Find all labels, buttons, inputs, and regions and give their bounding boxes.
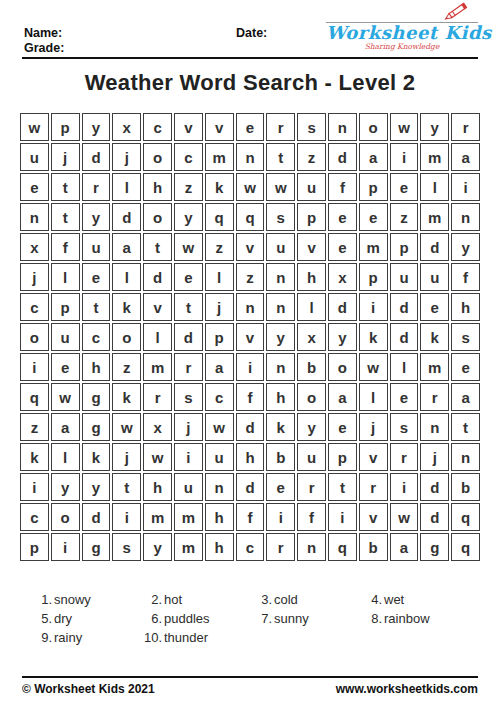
grid-cell[interactable]: d xyxy=(236,413,265,441)
word-text: cold xyxy=(274,592,298,607)
grid-cell[interactable]: e xyxy=(51,353,80,381)
grid-cell[interactable]: u xyxy=(174,473,203,501)
word-list-item: 1.snowy xyxy=(28,592,138,607)
grid-cell[interactable]: a xyxy=(112,233,141,261)
grid-cell[interactable]: p xyxy=(390,233,419,261)
word-number: 5. xyxy=(28,611,52,626)
grid-cell[interactable]: i xyxy=(390,143,419,171)
grid-cell[interactable]: k xyxy=(205,173,234,201)
grid-cell[interactable]: u xyxy=(420,263,449,291)
grid-cell[interactable]: p xyxy=(205,323,234,351)
grid-cell[interactable]: e xyxy=(82,263,111,291)
grid-cell[interactable]: n xyxy=(451,203,480,231)
grid-cell[interactable]: n xyxy=(236,293,265,321)
grid-cell[interactable]: e xyxy=(328,233,357,261)
grid-cell[interactable]: h xyxy=(236,443,265,471)
grid-cell[interactable]: u xyxy=(51,323,80,351)
grid-cell[interactable]: g xyxy=(82,533,111,561)
grid-cell[interactable]: l xyxy=(112,173,141,201)
grid-cell[interactable]: n xyxy=(451,443,480,471)
grid-cell[interactable]: d xyxy=(420,473,449,501)
grid-cell[interactable]: a xyxy=(328,383,357,411)
grid-cell[interactable]: v xyxy=(143,293,172,321)
header-rule xyxy=(22,57,478,59)
grid-cell[interactable]: w xyxy=(236,173,265,201)
grid-cell[interactable]: o xyxy=(143,143,172,171)
grid-cell[interactable]: e xyxy=(174,263,203,291)
grid-cell[interactable]: f xyxy=(51,233,80,261)
grid-cell[interactable]: o xyxy=(20,323,49,351)
grid-cell[interactable]: t xyxy=(112,473,141,501)
word-text: sunny xyxy=(274,611,309,626)
word-list-item: 2.hot xyxy=(138,592,248,607)
grid-cell[interactable]: h xyxy=(205,503,234,531)
word-list-item: 5.dry xyxy=(28,611,138,626)
grid-cell[interactable]: v xyxy=(205,113,234,141)
grid-cell[interactable]: v xyxy=(236,323,265,351)
word-text: rainbow xyxy=(384,611,430,626)
grid-cell[interactable]: z xyxy=(174,173,203,201)
grid-cell[interactable]: a xyxy=(451,143,480,171)
grid-cell[interactable]: n xyxy=(20,203,49,231)
grid-cell[interactable]: r xyxy=(143,383,172,411)
grid-cell[interactable]: l xyxy=(205,263,234,291)
grid-cell[interactable]: h xyxy=(143,173,172,201)
grid-cell[interactable]: t xyxy=(51,203,80,231)
grid-cell[interactable]: j xyxy=(359,413,388,441)
grid-cell[interactable]: t xyxy=(82,293,111,321)
brand-tagline: Sharing Knowledge xyxy=(326,43,478,51)
grid-cell[interactable]: f xyxy=(236,383,265,411)
word-text: hot xyxy=(164,592,182,607)
name-label: Name: xyxy=(24,26,62,40)
grid-cell[interactable]: r xyxy=(82,173,111,201)
word-list-item: 6.puddles xyxy=(138,611,248,626)
grid-cell[interactable]: h xyxy=(266,383,295,411)
grid-cell[interactable]: a xyxy=(451,383,480,411)
grid-cell[interactable]: m xyxy=(420,143,449,171)
grid-cell[interactable]: r xyxy=(359,473,388,501)
grid-cell[interactable]: p xyxy=(328,443,357,471)
grid-cell[interactable]: w xyxy=(390,113,419,141)
grid-cell[interactable]: v xyxy=(297,233,326,261)
grid-cell[interactable]: c xyxy=(20,503,49,531)
grid-cell[interactable]: p xyxy=(297,203,326,231)
grid-cell[interactable]: c xyxy=(82,323,111,351)
grid-cell[interactable]: b xyxy=(451,473,480,501)
word-list-item: 9.rainy xyxy=(28,630,138,645)
grid-cell[interactable]: n xyxy=(266,293,295,321)
word-number: 10. xyxy=(138,630,162,645)
grid-cell[interactable]: w xyxy=(174,233,203,261)
grid-cell[interactable]: v xyxy=(174,113,203,141)
grid-cell[interactable]: c xyxy=(236,533,265,561)
grid-cell[interactable]: e xyxy=(359,203,388,231)
grid-cell[interactable]: q xyxy=(20,383,49,411)
grid-cell[interactable]: e xyxy=(236,113,265,141)
grid-cell[interactable]: i xyxy=(112,503,141,531)
grid-cell[interactable]: u xyxy=(20,143,49,171)
grid-cell[interactable]: i xyxy=(451,173,480,201)
grid-cell[interactable]: y xyxy=(143,533,172,561)
word-text: rainy xyxy=(54,630,82,645)
word-list-item: 8.rainbow xyxy=(358,611,468,626)
grid-cell[interactable]: l xyxy=(112,263,141,291)
grid-cell[interactable]: r xyxy=(420,383,449,411)
word-list: 1.snowy2.hot3.cold4.wet5.dry6.puddles7.s… xyxy=(28,592,478,645)
grid-cell[interactable]: m xyxy=(174,503,203,531)
grid-cell[interactable]: c xyxy=(174,143,203,171)
grid-cell[interactable]: t xyxy=(266,143,295,171)
grid-cell[interactable]: i xyxy=(359,293,388,321)
grid-cell[interactable]: d xyxy=(328,293,357,321)
grid-cell[interactable]: z xyxy=(390,203,419,231)
grid-cell[interactable]: t xyxy=(174,293,203,321)
grid-cell[interactable]: k xyxy=(112,383,141,411)
grid-cell[interactable]: s xyxy=(112,533,141,561)
grid-cell[interactable]: d xyxy=(174,323,203,351)
grid-cell[interactable]: i xyxy=(390,473,419,501)
grid-cell[interactable]: s xyxy=(451,323,480,351)
grid-cell[interactable]: e xyxy=(390,173,419,201)
grid-cell[interactable]: x xyxy=(143,413,172,441)
grid-cell[interactable]: p xyxy=(359,263,388,291)
grid-cell[interactable]: o xyxy=(112,323,141,351)
grid-cell[interactable]: n xyxy=(420,413,449,441)
grid-cell[interactable]: q xyxy=(236,203,265,231)
word-list-item: 10.thunder xyxy=(138,630,248,645)
grid-cell[interactable]: m xyxy=(420,203,449,231)
grid-cell[interactable]: d xyxy=(420,233,449,261)
grid-cell[interactable]: x xyxy=(20,233,49,261)
grid-cell[interactable]: o xyxy=(51,503,80,531)
grid-cell[interactable]: e xyxy=(328,413,357,441)
grid-cell[interactable]: o xyxy=(328,353,357,381)
grid-cell[interactable]: n xyxy=(328,113,357,141)
grid-cell[interactable]: w xyxy=(143,443,172,471)
grid-cell[interactable]: r xyxy=(297,473,326,501)
word-number: 7. xyxy=(248,611,272,626)
grid-cell[interactable]: d xyxy=(328,143,357,171)
date-label: Date: xyxy=(236,26,267,40)
grid-cell[interactable]: c xyxy=(20,293,49,321)
word-search-grid: wpyxcvversnowyrujdjocmntzdaimaetrlhzkwwu… xyxy=(20,113,480,561)
word-list-item: 3.cold xyxy=(248,592,358,607)
grid-cell[interactable]: y xyxy=(51,473,80,501)
grid-cell[interactable]: p xyxy=(359,173,388,201)
grid-cell[interactable]: i xyxy=(266,503,295,531)
grid-cell[interactable]: o xyxy=(359,113,388,141)
word-text: dry xyxy=(54,611,72,626)
word-number: 4. xyxy=(358,592,382,607)
grid-cell[interactable]: n xyxy=(205,473,234,501)
grid-cell[interactable]: e xyxy=(266,473,295,501)
grid-cell[interactable]: y xyxy=(266,323,295,351)
grid-cell[interactable]: v xyxy=(359,443,388,471)
grid-cell[interactable]: h xyxy=(451,293,480,321)
grid-cell[interactable]: y xyxy=(82,113,111,141)
grid-cell[interactable]: z xyxy=(297,143,326,171)
grid-cell[interactable]: l xyxy=(359,383,388,411)
grid-cell[interactable]: x xyxy=(328,263,357,291)
grid-cell[interactable]: h xyxy=(205,533,234,561)
grid-cell[interactable]: u xyxy=(297,443,326,471)
grid-cell[interactable]: q xyxy=(451,503,480,531)
grid-cell[interactable]: r xyxy=(390,443,419,471)
grid-cell[interactable]: g xyxy=(420,533,449,561)
grid-cell[interactable]: l xyxy=(390,353,419,381)
grid-cell[interactable]: f xyxy=(451,263,480,291)
grid-cell[interactable]: k xyxy=(82,443,111,471)
grid-cell[interactable]: f xyxy=(297,503,326,531)
worksheet-kids-logo: Worksheet Kids Sharing Knowledge xyxy=(326,4,478,51)
grid-cell[interactable]: i xyxy=(20,473,49,501)
grid-cell[interactable]: k xyxy=(112,293,141,321)
grid-cell[interactable]: a xyxy=(51,413,80,441)
grid-cell[interactable]: t xyxy=(51,173,80,201)
grid-cell[interactable]: w xyxy=(266,173,295,201)
grid-cell[interactable]: d xyxy=(236,473,265,501)
grid-cell[interactable]: x xyxy=(112,113,141,141)
grid-cell[interactable]: d xyxy=(390,293,419,321)
grid-cell[interactable]: i xyxy=(328,503,357,531)
grid-cell[interactable]: g xyxy=(82,383,111,411)
grid-cell[interactable]: e xyxy=(20,173,49,201)
page-title: Weather Word Search - Level 2 xyxy=(0,70,500,96)
grid-cell[interactable]: l xyxy=(297,293,326,321)
grid-cell[interactable]: w xyxy=(390,503,419,531)
grid-cell[interactable]: t xyxy=(451,413,480,441)
grid-cell[interactable]: a xyxy=(390,533,419,561)
word-number: 3. xyxy=(248,592,272,607)
grid-cell[interactable]: a xyxy=(205,353,234,381)
grid-cell[interactable]: h xyxy=(82,353,111,381)
grid-cell[interactable]: r xyxy=(266,113,295,141)
grid-cell[interactable]: y xyxy=(451,233,480,261)
word-text: thunder xyxy=(164,630,208,645)
grid-cell[interactable]: m xyxy=(420,353,449,381)
grid-cell[interactable]: b xyxy=(359,533,388,561)
grid-cell[interactable]: m xyxy=(143,353,172,381)
grid-cell[interactable]: u xyxy=(205,443,234,471)
grade-label: Grade: xyxy=(24,41,64,55)
footer-rule xyxy=(22,676,478,678)
website-link: www.worksheetkids.com xyxy=(336,682,478,696)
grid-cell[interactable]: d xyxy=(390,323,419,351)
grid-cell[interactable]: t xyxy=(143,233,172,261)
grid-cell[interactable]: l xyxy=(51,443,80,471)
grid-cell[interactable]: w xyxy=(205,413,234,441)
grid-cell[interactable]: l xyxy=(420,173,449,201)
grid-cell[interactable]: c xyxy=(143,113,172,141)
grid-cell[interactable]: h xyxy=(297,263,326,291)
grid-cell[interactable]: n xyxy=(236,143,265,171)
grid-cell[interactable]: q xyxy=(451,533,480,561)
grid-cell[interactable]: n xyxy=(266,353,295,381)
grid-cell[interactable]: t xyxy=(328,473,357,501)
grid-cell[interactable]: l xyxy=(143,323,172,351)
grid-cell[interactable]: k xyxy=(266,413,295,441)
grid-cell[interactable]: e xyxy=(420,293,449,321)
word-number: 1. xyxy=(28,592,52,607)
grid-cell[interactable]: z xyxy=(205,233,234,261)
word-number: 9. xyxy=(28,630,52,645)
grid-cell[interactable]: y xyxy=(297,413,326,441)
grid-cell[interactable]: m xyxy=(143,503,172,531)
word-list-item: 4.wet xyxy=(358,592,468,607)
grid-cell[interactable]: q xyxy=(328,533,357,561)
grid-cell[interactable]: u xyxy=(266,233,295,261)
grid-cell[interactable]: y xyxy=(328,323,357,351)
grid-cell[interactable]: j xyxy=(205,293,234,321)
grid-cell[interactable]: d xyxy=(143,263,172,291)
grid-cell[interactable]: j xyxy=(174,413,203,441)
grid-cell[interactable]: i xyxy=(236,353,265,381)
grid-cell[interactable]: y xyxy=(82,473,111,501)
grid-cell[interactable]: f xyxy=(328,173,357,201)
grid-cell[interactable]: p xyxy=(20,533,49,561)
grid-cell[interactable]: r xyxy=(451,113,480,141)
grid-cell[interactable]: h xyxy=(143,473,172,501)
grid-cell[interactable]: n xyxy=(266,263,295,291)
grid-cell[interactable]: l xyxy=(51,263,80,291)
grid-cell[interactable]: o xyxy=(297,383,326,411)
word-number: 8. xyxy=(358,611,382,626)
grid-cell[interactable]: w xyxy=(51,383,80,411)
grid-cell[interactable]: i xyxy=(51,533,80,561)
word-list-item: 7.sunny xyxy=(248,611,358,626)
grid-cell[interactable]: s xyxy=(390,413,419,441)
grid-cell[interactable]: y xyxy=(420,113,449,141)
grid-cell[interactable]: r xyxy=(266,533,295,561)
grid-cell[interactable]: s xyxy=(174,383,203,411)
grid-cell[interactable]: u xyxy=(297,173,326,201)
grid-cell[interactable]: v xyxy=(359,503,388,531)
grid-cell[interactable]: n xyxy=(297,533,326,561)
grid-cell[interactable]: s xyxy=(297,113,326,141)
grid-cell[interactable]: w xyxy=(20,113,49,141)
grid-cell[interactable]: v xyxy=(236,233,265,261)
grid-cell[interactable]: k xyxy=(359,323,388,351)
grid-cell[interactable]: j xyxy=(112,143,141,171)
grid-cell[interactable]: d xyxy=(82,503,111,531)
word-text: wet xyxy=(384,592,404,607)
grid-cell[interactable]: i xyxy=(20,353,49,381)
grid-cell[interactable]: a xyxy=(359,143,388,171)
grid-cell[interactable]: r xyxy=(174,353,203,381)
grid-cell[interactable]: y xyxy=(174,203,203,231)
grid-cell[interactable]: w xyxy=(112,413,141,441)
grid-cell[interactable]: y xyxy=(82,203,111,231)
grid-cell[interactable]: j xyxy=(51,143,80,171)
grid-cell[interactable]: m xyxy=(174,533,203,561)
grid-cell[interactable]: z xyxy=(112,353,141,381)
grid-cell[interactable]: u xyxy=(390,263,419,291)
grid-cell[interactable]: z xyxy=(20,413,49,441)
word-text: puddles xyxy=(164,611,210,626)
word-number: 2. xyxy=(138,592,162,607)
grid-cell[interactable]: f xyxy=(236,503,265,531)
pencil-icon xyxy=(440,0,474,26)
grid-cell[interactable]: i xyxy=(174,443,203,471)
grid-cell[interactable]: d xyxy=(420,503,449,531)
grid-cell[interactable]: k xyxy=(20,443,49,471)
grid-cell[interactable]: w xyxy=(359,353,388,381)
grid-cell[interactable]: e xyxy=(328,203,357,231)
grid-cell[interactable]: u xyxy=(82,233,111,261)
grid-cell[interactable]: s xyxy=(266,203,295,231)
grid-cell[interactable]: j xyxy=(20,263,49,291)
grid-cell[interactable]: x xyxy=(297,323,326,351)
grid-cell[interactable]: p xyxy=(51,293,80,321)
grid-cell[interactable]: q xyxy=(205,203,234,231)
grid-cell[interactable]: b xyxy=(297,353,326,381)
grid-cell[interactable]: b xyxy=(266,443,295,471)
word-text: snowy xyxy=(54,592,91,607)
grid-cell[interactable]: g xyxy=(82,413,111,441)
word-number: 6. xyxy=(138,611,162,626)
grid-cell[interactable]: e xyxy=(390,383,419,411)
grid-cell[interactable]: d xyxy=(82,143,111,171)
grid-cell[interactable]: d xyxy=(112,203,141,231)
grid-cell[interactable]: z xyxy=(236,263,265,291)
grid-cell[interactable]: e xyxy=(451,353,480,381)
copyright-text: © Worksheet Kids 2021 xyxy=(22,682,155,696)
grid-cell[interactable]: k xyxy=(420,323,449,351)
grid-cell[interactable]: m xyxy=(205,143,234,171)
grid-cell[interactable]: j xyxy=(112,443,141,471)
grid-cell[interactable]: c xyxy=(205,383,234,411)
grid-cell[interactable]: m xyxy=(359,233,388,261)
worksheet-page: Name: Grade: Date: Worksheet Kids Sharin… xyxy=(0,0,500,708)
grid-cell[interactable]: j xyxy=(420,443,449,471)
grid-cell[interactable]: p xyxy=(51,113,80,141)
grid-cell[interactable]: o xyxy=(143,203,172,231)
